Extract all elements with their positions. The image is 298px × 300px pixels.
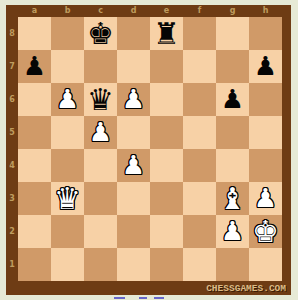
rank-label-7: 7 xyxy=(6,50,18,83)
square-d4: ♟ xyxy=(117,149,150,182)
square-g1 xyxy=(216,248,249,281)
square-e3 xyxy=(150,182,183,215)
piece-white-pawn-h3: ♟ xyxy=(254,182,277,215)
square-b1 xyxy=(51,248,84,281)
file-label-h: h xyxy=(249,5,282,17)
square-b2 xyxy=(51,215,84,248)
square-h6 xyxy=(249,83,282,116)
piece-black-queen-c6: ♛ xyxy=(87,83,114,116)
square-d5 xyxy=(117,116,150,149)
piece-black-pawn-g6: ♟ xyxy=(221,83,244,116)
page-background: abcdefgh 87654321 ♚♜♟♟♟♛♟♟♟♟♛♝♟♟♚ CHESSG… xyxy=(0,0,298,300)
piece-black-rook-e8: ♜ xyxy=(153,17,180,50)
square-g6: ♟ xyxy=(216,83,249,116)
square-f2 xyxy=(183,215,216,248)
file-labels: abcdefgh xyxy=(18,5,282,17)
square-g5 xyxy=(216,116,249,149)
square-a7: ♟ xyxy=(18,50,51,83)
square-f1 xyxy=(183,248,216,281)
piece-white-pawn-g2: ♟ xyxy=(221,215,244,248)
square-c5: ♟ xyxy=(84,116,117,149)
rank-label-5: 5 xyxy=(6,116,18,149)
square-h8 xyxy=(249,17,282,50)
chess-board: ♚♜♟♟♟♛♟♟♟♟♛♝♟♟♚ xyxy=(18,17,282,281)
square-f3 xyxy=(183,182,216,215)
square-h1 xyxy=(249,248,282,281)
square-c1 xyxy=(84,248,117,281)
square-b3: ♛ xyxy=(51,182,84,215)
square-c4 xyxy=(84,149,117,182)
square-a1 xyxy=(18,248,51,281)
page-artifact xyxy=(139,297,147,299)
square-e6 xyxy=(150,83,183,116)
square-h2: ♚ xyxy=(249,215,282,248)
square-h5 xyxy=(249,116,282,149)
rank-label-1: 1 xyxy=(6,248,18,281)
square-a4 xyxy=(18,149,51,182)
square-f8 xyxy=(183,17,216,50)
square-c6: ♛ xyxy=(84,83,117,116)
square-b8 xyxy=(51,17,84,50)
square-b7 xyxy=(51,50,84,83)
square-e2 xyxy=(150,215,183,248)
piece-white-pawn-d6: ♟ xyxy=(122,83,145,116)
square-b4 xyxy=(51,149,84,182)
piece-white-pawn-d4: ♟ xyxy=(122,149,145,182)
piece-white-queen-b3: ♛ xyxy=(54,182,81,215)
file-label-d: d xyxy=(117,5,150,17)
file-label-b: b xyxy=(51,5,84,17)
square-e7 xyxy=(150,50,183,83)
square-a8 xyxy=(18,17,51,50)
chess-board-frame: abcdefgh 87654321 ♚♜♟♟♟♛♟♟♟♟♛♝♟♟♚ CHESSG… xyxy=(6,5,291,295)
square-d8 xyxy=(117,17,150,50)
square-g7 xyxy=(216,50,249,83)
piece-white-king-h2: ♚ xyxy=(252,215,279,248)
piece-white-pawn-c5: ♟ xyxy=(89,116,112,149)
file-label-a: a xyxy=(18,5,51,17)
piece-white-pawn-b6: ♟ xyxy=(56,83,79,116)
rank-label-8: 8 xyxy=(6,17,18,50)
page-artifact xyxy=(154,297,164,299)
square-h3: ♟ xyxy=(249,182,282,215)
page-artifact xyxy=(114,297,125,299)
file-label-f: f xyxy=(183,5,216,17)
square-d6: ♟ xyxy=(117,83,150,116)
square-h7: ♟ xyxy=(249,50,282,83)
square-g8 xyxy=(216,17,249,50)
square-g4 xyxy=(216,149,249,182)
square-g3: ♝ xyxy=(216,182,249,215)
square-e4 xyxy=(150,149,183,182)
square-c8: ♚ xyxy=(84,17,117,50)
square-d1 xyxy=(117,248,150,281)
square-c3 xyxy=(84,182,117,215)
square-a3 xyxy=(18,182,51,215)
square-c7 xyxy=(84,50,117,83)
square-e1 xyxy=(150,248,183,281)
square-b6: ♟ xyxy=(51,83,84,116)
piece-white-bishop-g3: ♝ xyxy=(219,182,246,215)
piece-black-pawn-a7: ♟ xyxy=(23,50,46,83)
square-f5 xyxy=(183,116,216,149)
square-f6 xyxy=(183,83,216,116)
chessgames-watermark: CHESSGAMES.COM xyxy=(206,283,286,294)
square-d7 xyxy=(117,50,150,83)
rank-label-2: 2 xyxy=(6,215,18,248)
square-c2 xyxy=(84,215,117,248)
rank-labels: 87654321 xyxy=(6,17,18,281)
square-a6 xyxy=(18,83,51,116)
square-e5 xyxy=(150,116,183,149)
square-a2 xyxy=(18,215,51,248)
square-f7 xyxy=(183,50,216,83)
square-g2: ♟ xyxy=(216,215,249,248)
square-e8: ♜ xyxy=(150,17,183,50)
board-bottom-border: CHESSGAMES.COM xyxy=(6,281,291,295)
piece-black-king-c8: ♚ xyxy=(87,17,114,50)
square-f4 xyxy=(183,149,216,182)
rank-label-4: 4 xyxy=(6,149,18,182)
square-h4 xyxy=(249,149,282,182)
rank-label-6: 6 xyxy=(6,83,18,116)
square-b5 xyxy=(51,116,84,149)
square-a5 xyxy=(18,116,51,149)
piece-black-pawn-h7: ♟ xyxy=(254,50,277,83)
file-label-g: g xyxy=(216,5,249,17)
square-d3 xyxy=(117,182,150,215)
rank-label-3: 3 xyxy=(6,182,18,215)
square-d2 xyxy=(117,215,150,248)
